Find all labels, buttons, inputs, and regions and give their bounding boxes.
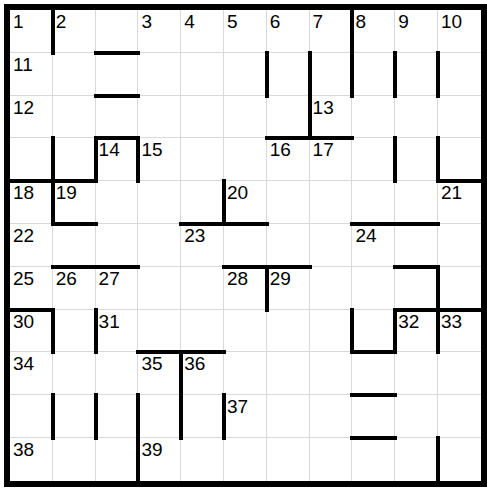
cell-r5c5[interactable] [181,181,224,224]
cell-r5c3[interactable] [96,181,139,224]
cell-r3c6[interactable] [224,96,267,139]
cell-r1c6[interactable]: 5 [224,10,267,53]
cell-r10c5[interactable] [181,395,224,438]
clue-number: 18 [10,181,52,202]
cell-r11c7[interactable] [267,438,310,481]
clue-number: 5 [224,10,266,31]
cell-r6c3[interactable] [96,224,139,267]
cell-r8c1[interactable]: 30 [10,310,53,353]
cell-r5c10[interactable] [395,181,438,224]
cell-r7c8[interactable] [310,267,353,310]
cell-r1c8[interactable]: 7 [310,10,353,53]
cell-r2c7[interactable] [267,53,310,96]
cell-r9c7[interactable] [267,352,310,395]
cell-r4c3[interactable]: 14 [96,138,139,181]
cell-r10c10[interactable] [395,395,438,438]
cell-r11c11[interactable] [438,438,481,481]
cell-r3c11[interactable] [438,96,481,139]
cell-r4c7[interactable]: 16 [267,138,310,181]
cell-r8c10[interactable]: 32 [395,310,438,353]
cell-r10c9[interactable] [352,395,395,438]
cell-r3c9[interactable] [352,96,395,139]
clue-number: 27 [96,267,138,288]
clue-number: 17 [310,138,352,159]
cell-r6c5[interactable]: 23 [181,224,224,267]
cell-r7c3[interactable]: 27 [96,267,139,310]
clue-number: 30 [10,310,52,331]
cell-r6c6[interactable] [224,224,267,267]
cell-r4c9[interactable] [352,138,395,181]
clue-number: 37 [224,395,266,416]
cell-r7c5[interactable] [181,267,224,310]
cell-r9c9[interactable] [352,352,395,395]
clue-number: 24 [352,224,394,245]
clue-number: 13 [310,96,352,117]
cell-r3c8[interactable]: 13 [310,96,353,139]
clue-number: 12 [10,96,52,117]
clue-number: 3 [138,10,180,31]
cell-r8c6[interactable] [224,310,267,353]
cell-r8c11[interactable]: 33 [438,310,481,353]
cell-r4c4[interactable]: 15 [138,138,181,181]
cell-r8c3[interactable]: 31 [96,310,139,353]
cell-r2c8[interactable] [310,53,353,96]
cell-r10c8[interactable] [310,395,353,438]
clue-number: 38 [10,438,52,459]
cell-r10c3[interactable] [96,395,139,438]
clue-number: 29 [267,267,309,288]
cell-r3c10[interactable] [395,96,438,139]
cell-r1c2[interactable]: 2 [53,10,96,53]
cell-r6c4[interactable] [138,224,181,267]
cell-r5c2[interactable]: 19 [53,181,96,224]
cell-r4c11[interactable] [438,138,481,181]
cell-r6c2[interactable] [53,224,96,267]
cell-r5c9[interactable] [352,181,395,224]
cell-r9c4[interactable]: 35 [138,352,181,395]
cell-r4c1[interactable] [10,138,53,181]
cell-r6c1[interactable]: 22 [10,224,53,267]
clue-number: 20 [224,181,266,202]
clue-number: 19 [53,181,95,202]
clue-number: 1 [10,10,52,31]
cell-r5c8[interactable] [310,181,353,224]
cell-r10c1[interactable] [10,395,53,438]
cell-r1c7[interactable]: 6 [267,10,310,53]
clue-number: 34 [10,352,52,373]
cell-r8c4[interactable] [138,310,181,353]
cell-r8c2[interactable] [53,310,96,353]
cell-r11c10[interactable] [395,438,438,481]
cell-r11c3[interactable] [96,438,139,481]
cell-r5c6[interactable]: 20 [224,181,267,224]
clue-number: 8 [352,10,394,31]
cell-r2c3[interactable] [96,53,139,96]
cell-r3c2[interactable] [53,96,96,139]
cell-r2c5[interactable] [181,53,224,96]
cell-r7c11[interactable] [438,267,481,310]
cell-r6c7[interactable] [267,224,310,267]
cell-r2c4[interactable] [138,53,181,96]
cell-r2c2[interactable] [53,53,96,96]
cell-r1c1[interactable]: 1 [10,10,53,53]
cell-r9c3[interactable] [96,352,139,395]
cell-r5c11[interactable]: 21 [438,181,481,224]
cell-r5c4[interactable] [138,181,181,224]
clue-number: 26 [53,267,95,288]
cell-r7c4[interactable] [138,267,181,310]
cell-r4c10[interactable] [395,138,438,181]
cell-r4c6[interactable] [224,138,267,181]
cell-r7c10[interactable] [395,267,438,310]
cell-r8c8[interactable] [310,310,353,353]
cell-r5c7[interactable] [267,181,310,224]
clue-number: 28 [224,267,266,288]
cell-r7c1[interactable]: 25 [10,267,53,310]
cell-r7c7[interactable]: 29 [267,267,310,310]
clue-number: 15 [138,138,180,159]
cell-r1c3[interactable] [96,10,139,53]
cell-r9c10[interactable] [395,352,438,395]
clue-number: 2 [53,10,95,31]
cell-r2c9[interactable] [352,53,395,96]
clue-number: 23 [181,224,223,245]
cell-r11c8[interactable] [310,438,353,481]
cell-r8c7[interactable] [267,310,310,353]
clue-number: 4 [181,10,223,31]
cell-r11c6[interactable] [224,438,267,481]
cell-r8c5[interactable] [181,310,224,353]
cell-r7c2[interactable]: 26 [53,267,96,310]
cell-r6c10[interactable] [395,224,438,267]
cell-r11c4[interactable]: 39 [138,438,181,481]
clue-number: 16 [267,138,309,159]
clue-number: 36 [181,352,223,373]
clue-number: 10 [438,10,481,31]
clue-number: 22 [10,224,52,245]
cell-r2c10[interactable] [395,53,438,96]
cell-r3c7[interactable] [267,96,310,139]
clue-number: 35 [138,352,180,373]
cell-r11c1[interactable]: 38 [10,438,53,481]
clue-number: 9 [395,10,437,31]
clue-number: 39 [138,438,180,459]
cell-r2c1[interactable]: 11 [10,53,53,96]
cell-r9c1[interactable]: 34 [10,352,53,395]
cell-r10c4[interactable] [138,395,181,438]
cell-r10c7[interactable] [267,395,310,438]
cell-r1c4[interactable]: 3 [138,10,181,53]
cell-r2c6[interactable] [224,53,267,96]
clue-number: 14 [96,138,138,159]
clue-number: 6 [267,10,309,31]
cell-r11c9[interactable] [352,438,395,481]
clue-number: 7 [310,10,352,31]
cell-r8c9[interactable] [352,310,395,353]
cell-r4c2[interactable] [53,138,96,181]
cell-r7c9[interactable] [352,267,395,310]
cell-r6c9[interactable]: 24 [352,224,395,267]
cell-r3c4[interactable] [138,96,181,139]
cell-r9c6[interactable] [224,352,267,395]
cell-r3c1[interactable]: 12 [10,96,53,139]
cell-grid: 1234567891011121314151617181920212223242… [10,10,481,481]
cell-r3c5[interactable] [181,96,224,139]
cell-r5c1[interactable]: 18 [10,181,53,224]
clue-number: 11 [10,53,52,74]
cell-r6c11[interactable] [438,224,481,267]
cell-r7c6[interactable]: 28 [224,267,267,310]
cell-r1c10[interactable]: 9 [395,10,438,53]
clue-number: 31 [96,310,138,331]
cell-r10c11[interactable] [438,395,481,438]
cell-r11c5[interactable] [181,438,224,481]
clue-number: 32 [395,310,437,331]
cell-r1c5[interactable]: 4 [181,10,224,53]
clue-number: 21 [438,181,481,202]
cell-r9c2[interactable] [53,352,96,395]
cell-r6c8[interactable] [310,224,353,267]
cell-r11c2[interactable] [53,438,96,481]
cell-r9c5[interactable]: 36 [181,352,224,395]
cell-r4c5[interactable] [181,138,224,181]
cell-r4c8[interactable]: 17 [310,138,353,181]
cell-r1c9[interactable]: 8 [352,10,395,53]
clue-number: 33 [438,310,481,331]
cell-r3c3[interactable] [96,96,139,139]
cell-r2c11[interactable] [438,53,481,96]
cell-r9c11[interactable] [438,352,481,395]
crossword-board: 1234567891011121314151617181920212223242… [4,4,487,487]
cell-r1c11[interactable]: 10 [438,10,481,53]
cell-r10c6[interactable]: 37 [224,395,267,438]
clue-number: 25 [10,267,52,288]
cell-r9c8[interactable] [310,352,353,395]
cell-r10c2[interactable] [53,395,96,438]
